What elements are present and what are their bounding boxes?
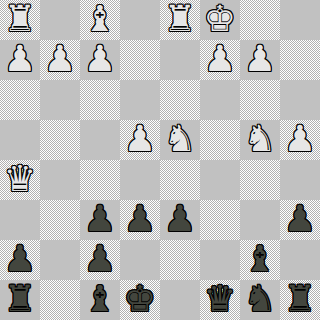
white-pawn-piece[interactable]: ♟ bbox=[244, 39, 276, 79]
square-f7[interactable]: ♟ bbox=[80, 240, 120, 280]
white-bishop-piece[interactable]: ♝ bbox=[84, 0, 116, 39]
square-c2[interactable]: ♟ bbox=[200, 40, 240, 80]
square-d8[interactable] bbox=[160, 280, 200, 320]
square-e6[interactable]: ♟ bbox=[120, 200, 160, 240]
black-pawn-piece[interactable]: ♟ bbox=[124, 199, 156, 239]
square-a6[interactable]: ♟ bbox=[280, 200, 320, 240]
square-e4[interactable]: ♟ bbox=[120, 120, 160, 160]
square-e1[interactable] bbox=[120, 0, 160, 40]
white-pawn-piece[interactable]: ♟ bbox=[4, 39, 36, 79]
square-b3[interactable] bbox=[240, 80, 280, 120]
square-f4[interactable] bbox=[80, 120, 120, 160]
square-g4[interactable] bbox=[40, 120, 80, 160]
square-a2[interactable] bbox=[280, 40, 320, 80]
white-king-piece[interactable]: ♚ bbox=[204, 0, 236, 39]
square-c3[interactable] bbox=[200, 80, 240, 120]
square-d6[interactable]: ♟ bbox=[160, 200, 200, 240]
square-d2[interactable] bbox=[160, 40, 200, 80]
square-b6[interactable] bbox=[240, 200, 280, 240]
square-e5[interactable] bbox=[120, 160, 160, 200]
square-e8[interactable]: ♚ bbox=[120, 280, 160, 320]
square-d3[interactable] bbox=[160, 80, 200, 120]
black-queen-piece[interactable]: ♛ bbox=[204, 279, 236, 319]
square-c5[interactable] bbox=[200, 160, 240, 200]
black-rook-piece[interactable]: ♜ bbox=[284, 279, 316, 319]
square-b5[interactable] bbox=[240, 160, 280, 200]
square-g5[interactable] bbox=[40, 160, 80, 200]
black-pawn-piece[interactable]: ♟ bbox=[284, 199, 316, 239]
black-pawn-piece[interactable]: ♟ bbox=[84, 239, 116, 279]
square-b8[interactable]: ♞ bbox=[240, 280, 280, 320]
square-b7[interactable]: ♝ bbox=[240, 240, 280, 280]
black-pawn-piece[interactable]: ♟ bbox=[164, 199, 196, 239]
square-c6[interactable] bbox=[200, 200, 240, 240]
black-knight-piece[interactable]: ♞ bbox=[244, 279, 276, 319]
square-b1[interactable] bbox=[240, 0, 280, 40]
square-f3[interactable] bbox=[80, 80, 120, 120]
white-pawn-piece[interactable]: ♟ bbox=[124, 119, 156, 159]
square-f6[interactable]: ♟ bbox=[80, 200, 120, 240]
chess-board: ♜♝♜♚♟♟♟♟♟♟♞♞♟♛♟♟♟♟♟♟♝♜♝♚♛♞♜ bbox=[0, 0, 320, 320]
black-pawn-piece[interactable]: ♟ bbox=[84, 199, 116, 239]
square-d5[interactable] bbox=[160, 160, 200, 200]
square-b2[interactable]: ♟ bbox=[240, 40, 280, 80]
white-pawn-piece[interactable]: ♟ bbox=[84, 39, 116, 79]
square-g1[interactable] bbox=[40, 0, 80, 40]
square-f8[interactable]: ♝ bbox=[80, 280, 120, 320]
square-h2[interactable]: ♟ bbox=[0, 40, 40, 80]
white-queen-piece[interactable]: ♛ bbox=[4, 159, 36, 199]
square-g6[interactable] bbox=[40, 200, 80, 240]
white-pawn-piece[interactable]: ♟ bbox=[204, 39, 236, 79]
square-h6[interactable] bbox=[0, 200, 40, 240]
square-b4[interactable]: ♞ bbox=[240, 120, 280, 160]
square-a7[interactable] bbox=[280, 240, 320, 280]
square-f2[interactable]: ♟ bbox=[80, 40, 120, 80]
black-pawn-piece[interactable]: ♟ bbox=[4, 239, 36, 279]
square-g8[interactable] bbox=[40, 280, 80, 320]
square-h7[interactable]: ♟ bbox=[0, 240, 40, 280]
square-d4[interactable]: ♞ bbox=[160, 120, 200, 160]
square-g2[interactable]: ♟ bbox=[40, 40, 80, 80]
square-e7[interactable] bbox=[120, 240, 160, 280]
white-knight-piece[interactable]: ♞ bbox=[244, 119, 276, 159]
black-rook-piece[interactable]: ♜ bbox=[4, 279, 36, 319]
square-h1[interactable]: ♜ bbox=[0, 0, 40, 40]
black-bishop-piece[interactable]: ♝ bbox=[84, 279, 116, 319]
white-rook-piece[interactable]: ♜ bbox=[164, 0, 196, 39]
white-pawn-piece[interactable]: ♟ bbox=[284, 119, 316, 159]
square-f1[interactable]: ♝ bbox=[80, 0, 120, 40]
white-knight-piece[interactable]: ♞ bbox=[164, 119, 196, 159]
square-a1[interactable] bbox=[280, 0, 320, 40]
square-g7[interactable] bbox=[40, 240, 80, 280]
square-f5[interactable] bbox=[80, 160, 120, 200]
square-c1[interactable]: ♚ bbox=[200, 0, 240, 40]
square-e2[interactable] bbox=[120, 40, 160, 80]
square-a3[interactable] bbox=[280, 80, 320, 120]
square-a5[interactable] bbox=[280, 160, 320, 200]
square-c8[interactable]: ♛ bbox=[200, 280, 240, 320]
square-a4[interactable]: ♟ bbox=[280, 120, 320, 160]
square-d7[interactable] bbox=[160, 240, 200, 280]
square-c7[interactable] bbox=[200, 240, 240, 280]
square-d1[interactable]: ♜ bbox=[160, 0, 200, 40]
square-h3[interactable] bbox=[0, 80, 40, 120]
square-h4[interactable] bbox=[0, 120, 40, 160]
white-pawn-piece[interactable]: ♟ bbox=[44, 39, 76, 79]
black-bishop-piece[interactable]: ♝ bbox=[244, 239, 276, 279]
square-e3[interactable] bbox=[120, 80, 160, 120]
black-king-piece[interactable]: ♚ bbox=[124, 279, 156, 319]
square-g3[interactable] bbox=[40, 80, 80, 120]
white-rook-piece[interactable]: ♜ bbox=[4, 0, 36, 39]
square-a8[interactable]: ♜ bbox=[280, 280, 320, 320]
square-h5[interactable]: ♛ bbox=[0, 160, 40, 200]
square-c4[interactable] bbox=[200, 120, 240, 160]
square-h8[interactable]: ♜ bbox=[0, 280, 40, 320]
